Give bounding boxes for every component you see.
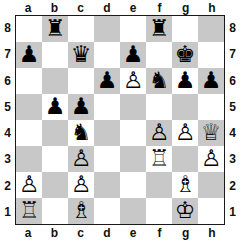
square-b5[interactable]: ♟ [42, 94, 68, 120]
piece-white-bishop[interactable]: ♗ [175, 173, 196, 196]
corner-top-right [225, 0, 240, 15]
rank-label-right-2: 2 [225, 173, 240, 199]
square-c2[interactable]: ♙ [68, 172, 94, 198]
square-d5[interactable] [94, 94, 120, 120]
file-label-top-b: b [41, 0, 67, 15]
piece-white-pawn[interactable]: ♙ [123, 69, 144, 92]
square-a4[interactable] [16, 120, 42, 146]
piece-black-pawn[interactable]: ♟ [19, 43, 40, 66]
square-a8[interactable] [16, 16, 42, 42]
file-label-bottom-b: b [41, 225, 67, 240]
file-labels-top: abcdefgh [15, 0, 225, 15]
piece-black-queen[interactable]: ♛ [71, 43, 92, 66]
file-label-top-d: d [94, 0, 120, 15]
file-label-top-e: e [120, 0, 146, 15]
rank-labels-left: 87654321 [0, 15, 15, 225]
square-f1[interactable] [146, 198, 172, 224]
piece-white-queen[interactable]: ♕ [201, 121, 222, 144]
square-a3[interactable] [16, 146, 42, 172]
square-c3[interactable]: ♙ [68, 146, 94, 172]
square-f8[interactable]: ♜ [146, 16, 172, 42]
square-h1[interactable] [198, 198, 224, 224]
square-a6[interactable] [16, 68, 42, 94]
square-b3[interactable] [42, 146, 68, 172]
square-d6[interactable]: ♟ [94, 68, 120, 94]
piece-white-king[interactable]: ♔ [175, 199, 196, 222]
square-g4[interactable]: ♙ [172, 120, 198, 146]
square-h3[interactable]: ♙ [198, 146, 224, 172]
square-e3[interactable] [120, 146, 146, 172]
piece-black-pawn[interactable]: ♟ [123, 43, 144, 66]
file-label-bottom-f: f [146, 225, 172, 240]
file-label-bottom-g: g [173, 225, 199, 240]
file-label-bottom-a: a [15, 225, 41, 240]
square-c6[interactable] [68, 68, 94, 94]
square-c5[interactable]: ♟ [68, 94, 94, 120]
rank-label-left-6: 6 [0, 68, 15, 94]
piece-black-pawn[interactable]: ♟ [71, 95, 92, 118]
file-label-top-g: g [173, 0, 199, 15]
chess-diagram: abcdefgh 87654321 ♜♜♟♛♟♚♟♙♞♟♟♟♟♞♙♙♕♙♖♙♙♙… [0, 0, 240, 240]
rank-label-left-7: 7 [0, 41, 15, 67]
square-d4[interactable] [94, 120, 120, 146]
square-h2[interactable] [198, 172, 224, 198]
file-label-bottom-c: c [68, 225, 94, 240]
square-g3[interactable] [172, 146, 198, 172]
square-e7[interactable]: ♟ [120, 42, 146, 68]
square-h5[interactable] [198, 94, 224, 120]
piece-white-pawn[interactable]: ♙ [19, 173, 40, 196]
piece-black-knight[interactable]: ♞ [71, 121, 92, 144]
file-label-bottom-e: e [120, 225, 146, 240]
square-e5[interactable] [120, 94, 146, 120]
square-g6[interactable]: ♟ [172, 68, 198, 94]
square-g2[interactable]: ♗ [172, 172, 198, 198]
rank-label-right-3: 3 [225, 146, 240, 172]
square-f3[interactable]: ♖ [146, 146, 172, 172]
square-a2[interactable]: ♙ [16, 172, 42, 198]
piece-black-knight[interactable]: ♞ [149, 69, 170, 92]
square-d8[interactable] [94, 16, 120, 42]
square-c4[interactable]: ♞ [68, 120, 94, 146]
piece-black-pawn[interactable]: ♟ [45, 95, 66, 118]
piece-white-pawn[interactable]: ♙ [175, 121, 196, 144]
square-h6[interactable]: ♟ [198, 68, 224, 94]
piece-black-pawn[interactable]: ♟ [175, 69, 196, 92]
piece-white-bishop[interactable]: ♗ [71, 199, 92, 222]
file-label-top-a: a [15, 0, 41, 15]
square-c1[interactable]: ♗ [68, 198, 94, 224]
corner-bottom-right [225, 225, 240, 240]
square-g1[interactable]: ♔ [172, 198, 198, 224]
file-label-top-f: f [146, 0, 172, 15]
piece-black-pawn[interactable]: ♟ [201, 69, 222, 92]
piece-white-pawn[interactable]: ♙ [71, 173, 92, 196]
rank-label-left-5: 5 [0, 94, 15, 120]
square-f7[interactable] [146, 42, 172, 68]
square-e8[interactable] [120, 16, 146, 42]
piece-white-pawn[interactable]: ♙ [149, 121, 170, 144]
square-a7[interactable]: ♟ [16, 42, 42, 68]
square-b2[interactable] [42, 172, 68, 198]
piece-black-king[interactable]: ♚ [175, 43, 196, 66]
rank-label-right-6: 6 [225, 68, 240, 94]
file-label-top-c: c [68, 0, 94, 15]
chessboard: ♜♜♟♛♟♚♟♙♞♟♟♟♟♞♙♙♕♙♖♙♙♙♗♖♗♔ [15, 15, 225, 225]
square-e1[interactable] [120, 198, 146, 224]
square-c8[interactable] [68, 16, 94, 42]
rank-label-left-3: 3 [0, 146, 15, 172]
rank-label-left-2: 2 [0, 173, 15, 199]
rank-label-right-5: 5 [225, 94, 240, 120]
square-e2[interactable] [120, 172, 146, 198]
file-labels-bottom: abcdefgh [15, 225, 225, 240]
square-d1[interactable] [94, 198, 120, 224]
rank-label-right-1: 1 [225, 199, 240, 225]
file-label-bottom-d: d [94, 225, 120, 240]
piece-black-pawn[interactable]: ♟ [97, 69, 118, 92]
square-a5[interactable] [16, 94, 42, 120]
piece-black-rook[interactable]: ♜ [149, 17, 170, 40]
square-d3[interactable] [94, 146, 120, 172]
square-h7[interactable] [198, 42, 224, 68]
square-c7[interactable]: ♛ [68, 42, 94, 68]
square-h8[interactable] [198, 16, 224, 42]
square-f6[interactable]: ♞ [146, 68, 172, 94]
square-g7[interactable]: ♚ [172, 42, 198, 68]
piece-white-rook[interactable]: ♖ [149, 147, 170, 170]
corner-bottom-left [0, 225, 15, 240]
rank-label-left-4: 4 [0, 120, 15, 146]
file-label-top-h: h [199, 0, 225, 15]
square-e4[interactable] [120, 120, 146, 146]
square-e6[interactable]: ♙ [120, 68, 146, 94]
file-label-bottom-h: h [199, 225, 225, 240]
piece-white-pawn[interactable]: ♙ [71, 147, 92, 170]
rank-label-right-8: 8 [225, 15, 240, 41]
square-b4[interactable] [42, 120, 68, 146]
rank-label-left-1: 1 [0, 199, 15, 225]
square-f5[interactable] [146, 94, 172, 120]
square-b7[interactable] [42, 42, 68, 68]
corner-top-left [0, 0, 15, 15]
square-g5[interactable] [172, 94, 198, 120]
square-b1[interactable] [42, 198, 68, 224]
piece-black-rook[interactable]: ♜ [45, 17, 66, 40]
piece-white-rook[interactable]: ♖ [19, 199, 40, 222]
rank-label-left-8: 8 [0, 15, 15, 41]
rank-label-right-7: 7 [225, 41, 240, 67]
square-b6[interactable] [42, 68, 68, 94]
piece-white-pawn[interactable]: ♙ [201, 147, 222, 170]
square-f2[interactable] [146, 172, 172, 198]
square-f4[interactable]: ♙ [146, 120, 172, 146]
rank-labels-right: 87654321 [225, 15, 240, 225]
square-a1[interactable]: ♖ [16, 198, 42, 224]
square-b8[interactable]: ♜ [42, 16, 68, 42]
square-d7[interactable] [94, 42, 120, 68]
square-h4[interactable]: ♕ [198, 120, 224, 146]
square-d2[interactable] [94, 172, 120, 198]
square-g8[interactable] [172, 16, 198, 42]
rank-label-right-4: 4 [225, 120, 240, 146]
